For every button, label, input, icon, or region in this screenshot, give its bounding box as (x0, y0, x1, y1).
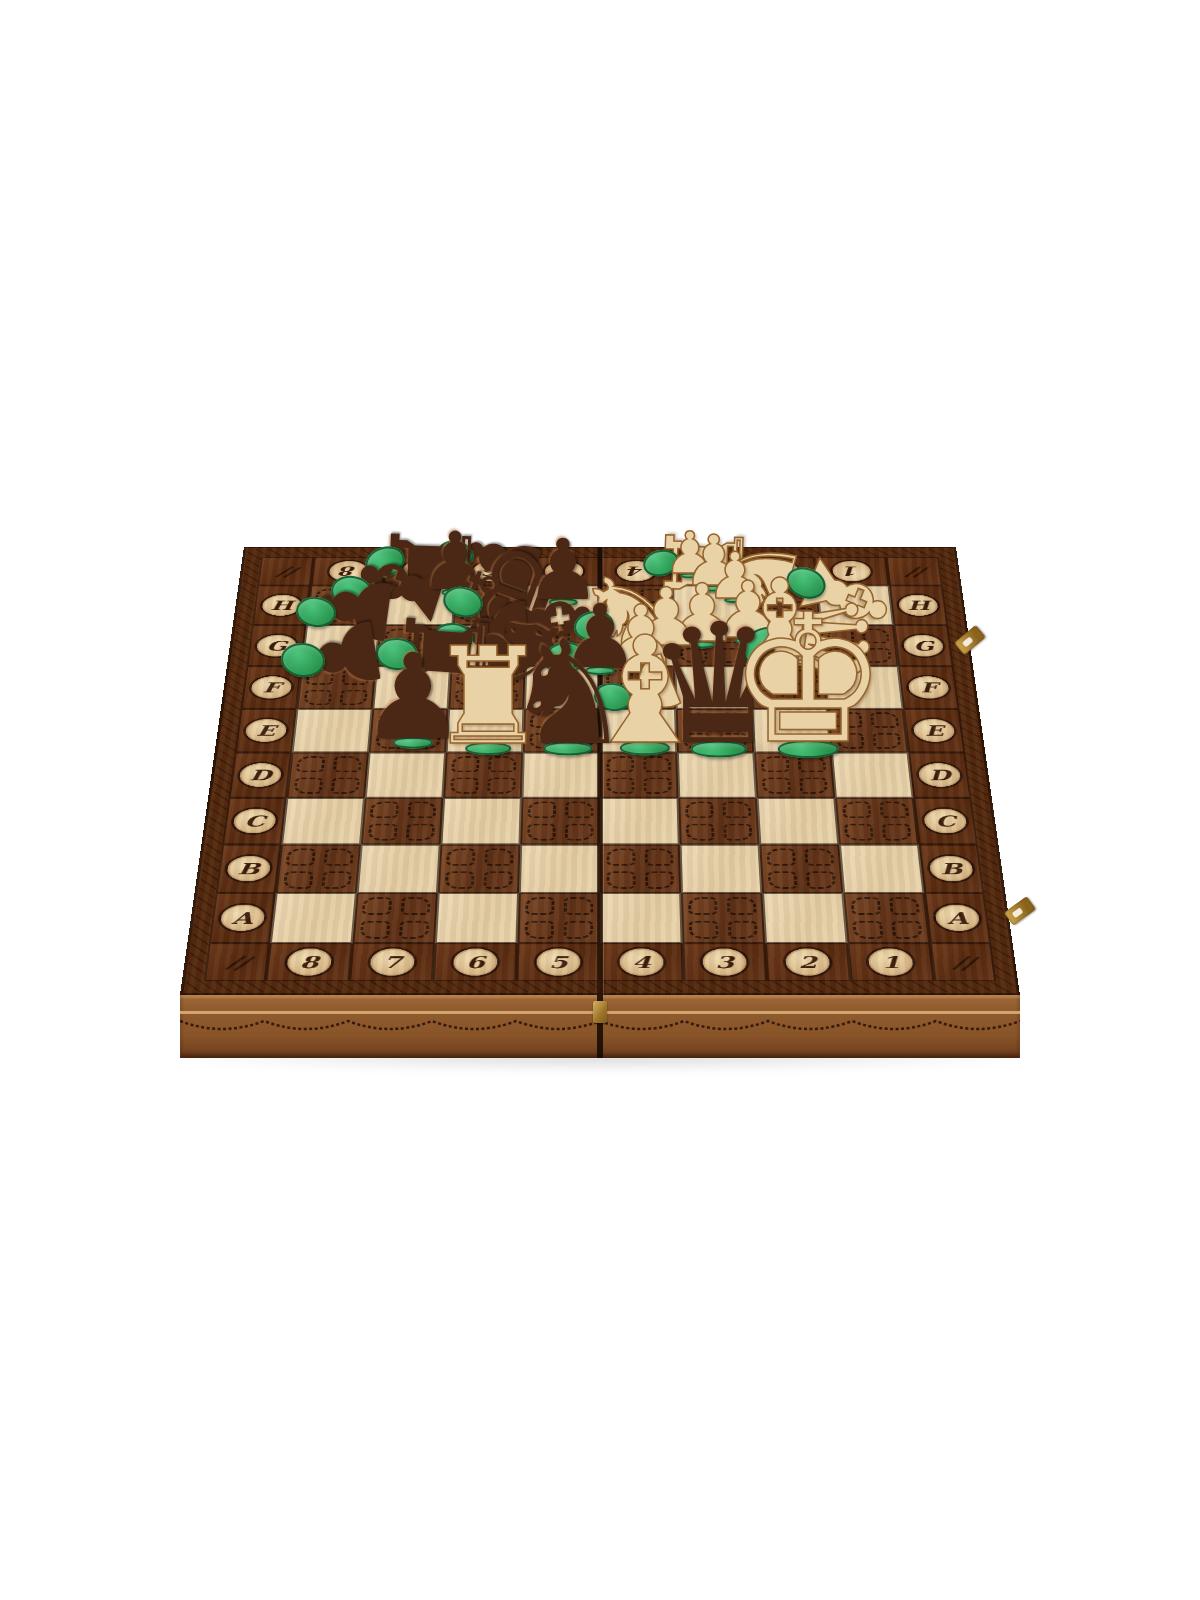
square-light (302, 625, 380, 666)
square-dark (843, 893, 930, 943)
square-light (672, 586, 747, 626)
burned-motif (766, 848, 796, 865)
coord-letter-right: E (903, 709, 965, 753)
coord-letter-left: E (235, 709, 297, 753)
square-dark (827, 709, 908, 753)
coord-number-back: 2 (743, 557, 817, 586)
square-light (757, 798, 839, 845)
burned-motif (488, 756, 516, 772)
burned-motif (834, 712, 863, 728)
coord-letter-left: C (222, 798, 286, 845)
square-dark (369, 709, 449, 753)
square-light (519, 845, 600, 893)
square-dark (525, 625, 600, 666)
coord-number-back: 5 (528, 557, 600, 586)
burned-motif (642, 690, 670, 705)
square-dark (600, 752, 678, 797)
coord-letter-right: C (913, 798, 977, 845)
burned-motif (641, 589, 667, 603)
coord-medallion: 5 (536, 949, 580, 976)
square-dark (681, 893, 765, 943)
coord-medallion: 4 (620, 949, 664, 976)
square-light (600, 625, 675, 666)
burned-motif (755, 670, 783, 685)
coord-letter-right: F (898, 666, 959, 708)
burned-motif (293, 778, 323, 794)
square-dark (517, 893, 600, 943)
burned-motif (682, 712, 710, 728)
coord-medallion: H (898, 595, 939, 616)
burned-motif (879, 801, 909, 818)
burned-motif (645, 848, 674, 865)
burned-motif (685, 801, 714, 818)
burned-motif (377, 712, 406, 728)
burned-motif (407, 801, 436, 818)
burned-motif (787, 608, 814, 622)
burned-motif (719, 733, 747, 749)
coord-letter-left: A (209, 893, 276, 943)
coord-medallion: E (913, 719, 956, 742)
square-light (600, 893, 683, 943)
corner-mark-glyph: // (224, 951, 250, 974)
square-dark (745, 586, 821, 626)
square-dark (759, 845, 843, 893)
coord-medallion: 7 (370, 949, 415, 976)
square-dark (600, 845, 681, 893)
square-dark (297, 666, 376, 708)
square-light (435, 893, 519, 943)
coord-medallion: 1 (868, 949, 914, 976)
burned-motif (324, 848, 354, 865)
burned-motif (283, 871, 314, 889)
burned-motif (722, 801, 751, 818)
burned-motif (382, 648, 410, 663)
burned-motif (455, 690, 483, 705)
square-dark (443, 752, 523, 797)
square-dark (754, 752, 835, 797)
square-dark (678, 798, 759, 845)
corner-mark: // (257, 557, 314, 586)
coord-medallion: C (923, 809, 967, 834)
burned-motif (882, 824, 912, 841)
square-light (365, 752, 446, 797)
burned-motif (864, 648, 892, 663)
burned-motif (606, 670, 633, 685)
burned-motif (459, 608, 486, 622)
square-light (677, 752, 757, 797)
burned-motif (361, 897, 392, 915)
coord-medallion: 6 (473, 561, 512, 581)
coord-number-back: 3 (671, 557, 744, 586)
burned-motif (785, 589, 812, 603)
square-light (270, 893, 357, 943)
burned-motif (826, 629, 854, 644)
burned-motif (716, 648, 743, 663)
square-light (762, 893, 847, 943)
burned-motif (567, 629, 594, 644)
coord-medallion: 2 (785, 949, 830, 976)
burned-motif (565, 824, 594, 841)
burned-motif (564, 921, 594, 939)
burned-motif (333, 756, 362, 772)
burned-motif (718, 712, 746, 728)
box-side-apron (180, 995, 1020, 1058)
burned-motif (399, 921, 430, 939)
burned-motif (844, 824, 874, 841)
burned-motif (445, 871, 475, 889)
coord-number-back: 1 (814, 557, 889, 586)
coord-number-front: 1 (848, 943, 935, 981)
burned-motif (460, 589, 487, 603)
burned-motif (606, 871, 635, 889)
burned-motif (406, 824, 436, 841)
burned-motif (606, 778, 634, 794)
burned-motif (359, 921, 390, 939)
burned-motif (644, 778, 672, 794)
square-light (824, 666, 903, 708)
square-light (281, 798, 365, 845)
coord-number-back: 6 (455, 557, 528, 586)
burned-motif (798, 756, 827, 772)
coord-medallion: 3 (702, 949, 747, 976)
burned-motif (799, 778, 828, 794)
burned-motif (606, 608, 632, 622)
square-light (446, 709, 524, 753)
coord-number-back: 4 (600, 557, 672, 586)
burned-motif (285, 848, 316, 865)
burned-motif (804, 848, 834, 865)
coord-medallion: B (226, 856, 271, 881)
square-dark (673, 625, 749, 666)
burned-motif (527, 824, 556, 841)
burned-motif (446, 848, 476, 865)
square-light (817, 586, 894, 626)
burned-motif (752, 608, 779, 622)
burned-motif (870, 712, 899, 728)
coord-number-back: 8 (311, 557, 386, 586)
coord-letter-left: B (216, 845, 281, 893)
burned-motif (420, 629, 447, 644)
burned-motif (806, 871, 836, 889)
burned-motif (495, 589, 522, 603)
square-light (357, 845, 441, 893)
square-dark (438, 845, 520, 893)
coord-number-front: 8 (266, 943, 353, 981)
brass-hinge (593, 1001, 607, 1023)
square-light (747, 625, 824, 666)
burned-motif (566, 712, 594, 728)
burned-motif (643, 756, 671, 772)
coord-letter-left: D (229, 752, 292, 797)
burned-motif (641, 608, 668, 622)
burned-motif (727, 897, 757, 915)
board-fold-seam (597, 547, 603, 995)
burned-motif (566, 733, 594, 749)
burned-motif (715, 629, 742, 644)
square-light (600, 709, 677, 753)
burned-motif (529, 733, 557, 749)
burned-motif (530, 712, 558, 728)
burned-motif (606, 848, 635, 865)
coord-medallion: C (232, 809, 276, 834)
coord-letter-left: F (241, 666, 302, 708)
coord-medallion: 8 (286, 949, 332, 976)
burned-motif (567, 648, 594, 663)
burned-motif (680, 648, 707, 663)
burned-motif (450, 778, 479, 794)
coord-medallion: F (908, 676, 950, 698)
burned-motif (348, 608, 376, 622)
coord-number-front: 6 (433, 943, 518, 981)
square-dark (676, 709, 754, 753)
square-dark (453, 586, 528, 626)
burned-motif (685, 824, 714, 841)
burned-motif (340, 690, 369, 705)
burned-motif (321, 871, 352, 889)
coord-medallion: E (244, 719, 287, 742)
burned-motif (384, 629, 412, 644)
coord-medallion: 1 (832, 561, 872, 581)
burned-motif (793, 690, 821, 705)
corner-mark: // (204, 943, 270, 981)
coord-number-front: 7 (349, 943, 435, 981)
product-photo: //87654321//HHGGFFEEDDCCBBAA//87654321//… (0, 0, 1200, 1600)
burned-motif (683, 733, 711, 749)
burned-motif (836, 733, 865, 749)
square-light (451, 625, 527, 666)
coord-medallion: 8 (328, 561, 368, 581)
burned-motif (767, 871, 797, 889)
square-dark (352, 893, 437, 943)
corner-mark-glyph: // (905, 563, 924, 580)
burned-motif (889, 897, 920, 915)
square-dark (523, 709, 600, 753)
coord-medallion: 5 (545, 561, 583, 581)
burned-motif (303, 690, 332, 705)
burned-motif (487, 778, 516, 794)
corner-mark: // (930, 943, 996, 981)
burned-motif (296, 756, 326, 772)
square-light (527, 586, 600, 626)
coord-letter-left: H (252, 586, 311, 626)
burned-motif (315, 589, 343, 603)
burned-motif (606, 589, 632, 603)
coord-letter-right: A (924, 893, 991, 943)
burned-motif (483, 871, 513, 889)
burned-motif (484, 848, 513, 865)
chess-board: //87654321//HHGGFFEEDDCCBBAA//87654321// (180, 547, 1020, 995)
burned-motif (491, 690, 519, 705)
coord-medallion: D (239, 763, 283, 787)
coord-medallion: H (261, 595, 302, 616)
burned-motif (492, 670, 520, 685)
coord-medallion: G (903, 635, 944, 656)
coord-medallion: G (256, 635, 297, 656)
burned-motif (688, 921, 718, 939)
burned-motif (791, 670, 819, 685)
coord-number-back: 7 (383, 557, 457, 586)
burned-motif (762, 778, 791, 794)
coord-number-front: 4 (600, 943, 684, 981)
burned-motif (828, 648, 856, 663)
burned-motif (342, 670, 370, 685)
burned-motif (688, 897, 718, 915)
burned-motif (642, 670, 669, 685)
coord-medallion: B (929, 856, 974, 881)
burned-motif (401, 897, 431, 915)
coord-number-front: 2 (765, 943, 851, 981)
burned-motif (564, 897, 593, 915)
burned-motif (842, 801, 872, 818)
board-frame: //87654321//HHGGFFEEDDCCBBAA//87654321// (180, 547, 1020, 995)
burned-motif (525, 897, 555, 915)
square-light (680, 845, 762, 893)
square-light (373, 666, 451, 708)
square-light (675, 666, 752, 708)
square-light (522, 752, 600, 797)
burned-motif (312, 608, 340, 622)
burned-motif (852, 921, 883, 939)
burned-motif (850, 897, 881, 915)
square-light (380, 586, 456, 626)
burned-motif (751, 589, 778, 603)
coord-letter-right: H (889, 586, 948, 626)
square-light (600, 798, 680, 845)
square-dark (749, 666, 827, 708)
square-dark (820, 625, 898, 666)
burned-motif (862, 629, 890, 644)
burned-motif (757, 690, 785, 705)
coord-medallion: D (918, 763, 962, 787)
burned-motif (531, 648, 558, 663)
burned-motif (606, 756, 634, 772)
burned-motif (418, 648, 446, 663)
burned-motif (679, 629, 706, 644)
square-dark (361, 798, 443, 845)
coord-number-front: 3 (683, 943, 768, 981)
burned-motif (565, 801, 593, 818)
coord-letter-right: B (919, 845, 984, 893)
burned-motif (606, 690, 633, 705)
coord-medallion: 4 (617, 561, 655, 581)
square-dark (306, 586, 383, 626)
square-dark (376, 625, 453, 666)
coord-letter-right: D (908, 752, 971, 797)
corner-mark: // (886, 557, 943, 586)
square-dark (600, 666, 676, 708)
coord-number-front: 5 (516, 943, 600, 981)
square-light (292, 709, 373, 753)
burned-motif (527, 801, 556, 818)
burned-motif (331, 778, 361, 794)
coord-medallion: 7 (401, 561, 440, 581)
coord-medallion: 3 (689, 561, 728, 581)
burned-motif (891, 921, 923, 939)
square-dark (835, 798, 919, 845)
coord-medallion: A (934, 905, 980, 931)
burned-motif (532, 629, 559, 644)
square-light (441, 798, 522, 845)
coord-letter-left: G (247, 625, 307, 666)
burned-motif (350, 589, 377, 603)
square-dark (276, 845, 361, 893)
coord-medallion: 2 (760, 561, 799, 581)
square-dark (448, 666, 525, 708)
coord-medallion: 6 (453, 949, 498, 976)
burned-motif (645, 871, 674, 889)
coord-medallion: F (250, 676, 292, 698)
burned-motif (412, 733, 441, 749)
burned-motif (369, 801, 399, 818)
burned-motif (368, 824, 398, 841)
burned-motif (872, 733, 901, 749)
burned-motif (494, 608, 521, 622)
burned-motif (456, 670, 484, 685)
burned-motif (305, 670, 334, 685)
square-dark (520, 798, 600, 845)
square-dark (600, 586, 673, 626)
corner-mark-glyph: // (275, 563, 297, 580)
square-light (524, 666, 600, 708)
burned-motif (451, 756, 480, 772)
burned-motif (761, 756, 790, 772)
burned-motif (728, 921, 758, 939)
square-light (839, 845, 924, 893)
square-dark (287, 752, 369, 797)
square-light (752, 709, 832, 753)
coord-letter-right: G (894, 625, 954, 666)
burned-motif (723, 824, 752, 841)
burned-motif (414, 712, 442, 728)
square-light (831, 752, 913, 797)
burned-motif (375, 733, 404, 749)
coord-medallion: A (219, 905, 265, 931)
corner-mark-glyph: // (952, 951, 973, 974)
burned-motif (524, 921, 554, 939)
